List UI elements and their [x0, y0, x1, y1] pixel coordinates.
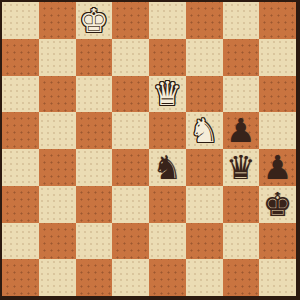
square-g6[interactable]	[223, 76, 260, 113]
square-a3[interactable]	[2, 186, 39, 223]
square-b6[interactable]	[39, 76, 76, 113]
chess-board: ♚♛♞♟♞♛♟♚	[2, 2, 296, 296]
square-a4[interactable]	[2, 149, 39, 186]
square-g2[interactable]	[223, 223, 260, 260]
square-f3[interactable]	[186, 186, 223, 223]
square-a2[interactable]	[2, 223, 39, 260]
square-a6[interactable]	[2, 76, 39, 113]
white-queen-e6: ♛	[153, 77, 183, 110]
square-g4[interactable]: ♛	[223, 149, 260, 186]
square-b5[interactable]	[39, 112, 76, 149]
square-f4[interactable]	[186, 149, 223, 186]
black-king-h3: ♚	[263, 188, 293, 221]
square-g7[interactable]	[223, 39, 260, 76]
square-e7[interactable]	[149, 39, 186, 76]
square-e3[interactable]	[149, 186, 186, 223]
square-d7[interactable]	[112, 39, 149, 76]
square-e8[interactable]	[149, 2, 186, 39]
black-knight-e4: ♞	[153, 151, 183, 184]
square-a1[interactable]	[2, 259, 39, 296]
square-e4[interactable]: ♞	[149, 149, 186, 186]
square-c4[interactable]	[76, 149, 113, 186]
square-h3[interactable]: ♚	[259, 186, 296, 223]
square-f7[interactable]	[186, 39, 223, 76]
square-b8[interactable]	[39, 2, 76, 39]
square-f6[interactable]	[186, 76, 223, 113]
square-d8[interactable]	[112, 2, 149, 39]
square-c7[interactable]	[76, 39, 113, 76]
square-g1[interactable]	[223, 259, 260, 296]
square-d3[interactable]	[112, 186, 149, 223]
square-b2[interactable]	[39, 223, 76, 260]
square-b7[interactable]	[39, 39, 76, 76]
chess-board-frame: ♚♛♞♟♞♛♟♚	[0, 0, 300, 300]
square-d6[interactable]	[112, 76, 149, 113]
square-c6[interactable]	[76, 76, 113, 113]
square-a7[interactable]	[2, 39, 39, 76]
square-c1[interactable]	[76, 259, 113, 296]
square-c8[interactable]: ♚	[76, 2, 113, 39]
square-g3[interactable]	[223, 186, 260, 223]
square-h1[interactable]	[259, 259, 296, 296]
square-h6[interactable]	[259, 76, 296, 113]
square-f8[interactable]	[186, 2, 223, 39]
square-d5[interactable]	[112, 112, 149, 149]
square-e5[interactable]	[149, 112, 186, 149]
square-h8[interactable]	[259, 2, 296, 39]
square-d4[interactable]	[112, 149, 149, 186]
square-h4[interactable]: ♟	[259, 149, 296, 186]
square-c3[interactable]	[76, 186, 113, 223]
square-a5[interactable]	[2, 112, 39, 149]
square-g5[interactable]: ♟	[223, 112, 260, 149]
square-d1[interactable]	[112, 259, 149, 296]
square-e2[interactable]	[149, 223, 186, 260]
square-g8[interactable]	[223, 2, 260, 39]
white-king-c8: ♚	[79, 4, 109, 37]
black-pawn-g5: ♟	[226, 114, 256, 147]
square-b3[interactable]	[39, 186, 76, 223]
black-pawn-h4: ♟	[263, 151, 293, 184]
square-f2[interactable]	[186, 223, 223, 260]
square-e6[interactable]: ♛	[149, 76, 186, 113]
square-e1[interactable]	[149, 259, 186, 296]
square-d2[interactable]	[112, 223, 149, 260]
square-h7[interactable]	[259, 39, 296, 76]
square-f1[interactable]	[186, 259, 223, 296]
square-b4[interactable]	[39, 149, 76, 186]
square-b1[interactable]	[39, 259, 76, 296]
square-a8[interactable]	[2, 2, 39, 39]
square-h2[interactable]	[259, 223, 296, 260]
square-c2[interactable]	[76, 223, 113, 260]
square-c5[interactable]	[76, 112, 113, 149]
square-f5[interactable]: ♞	[186, 112, 223, 149]
square-h5[interactable]	[259, 112, 296, 149]
white-knight-f5: ♞	[189, 114, 219, 147]
black-queen-g4: ♛	[226, 151, 256, 184]
